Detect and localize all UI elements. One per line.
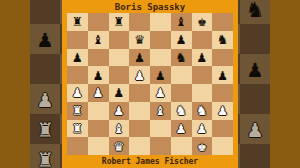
square-h3: ♟	[240, 114, 270, 144]
square-c7[interactable]	[109, 31, 130, 49]
square-d8[interactable]	[129, 13, 150, 31]
piece-white-pawn: ♟	[73, 85, 82, 100]
square-g7[interactable]	[192, 31, 213, 49]
square-e6[interactable]	[150, 49, 171, 67]
piece-black-pawn: ♟	[156, 68, 165, 83]
square-f4[interactable]	[171, 84, 192, 102]
piece-black-knight: ♞	[177, 50, 186, 65]
square-g8[interactable]: ♚	[192, 13, 213, 31]
piece-black-rook: ♜	[73, 14, 82, 29]
square-h5[interactable]: ♟	[212, 66, 233, 84]
square-h6	[240, 24, 270, 54]
square-g5[interactable]	[192, 66, 213, 84]
square-f2[interactable]: ♟	[171, 120, 192, 138]
square-a4[interactable]: ♟	[67, 84, 88, 102]
piece-black-pawn: ♟	[197, 50, 206, 65]
piece-white-queen: ♛	[114, 139, 123, 154]
square-e2[interactable]	[150, 120, 171, 138]
square-a5[interactable]	[67, 66, 88, 84]
square-c8[interactable]: ♜	[109, 13, 130, 31]
piece-white-pawn: ♟	[197, 121, 206, 136]
square-h4[interactable]	[212, 84, 233, 102]
piece-black-bishop: ♝	[177, 14, 186, 29]
square-h7: ♞	[240, 0, 270, 24]
square-g6[interactable]: ♟	[192, 49, 213, 67]
piece-white-bishop: ♝	[156, 103, 165, 118]
piece-black-pawn: ♟	[114, 85, 123, 100]
piece-white-pawn: ♟	[177, 121, 186, 136]
square-d5[interactable]: ♟	[129, 66, 150, 84]
piece-black-pawn: ♟	[218, 68, 227, 83]
piece-white-king: ♚	[197, 139, 206, 154]
square-h4	[240, 84, 270, 114]
square-h2	[240, 144, 270, 168]
player-name-black: Boris Spassky	[62, 0, 238, 13]
square-d1[interactable]	[129, 137, 150, 155]
square-a5	[30, 54, 60, 84]
square-f1[interactable]	[171, 137, 192, 155]
square-b8[interactable]	[88, 13, 109, 31]
square-c4[interactable]: ♟	[109, 84, 130, 102]
square-f5[interactable]	[171, 66, 192, 84]
square-h8[interactable]	[212, 13, 233, 31]
piece-white-knight: ♞	[197, 103, 206, 118]
piece-white-pawn: ♟	[156, 85, 165, 100]
square-a7[interactable]	[67, 31, 88, 49]
square-b1[interactable]	[88, 137, 109, 155]
piece-black-pawn: ♟	[94, 68, 103, 83]
square-b3[interactable]	[88, 102, 109, 120]
square-a6[interactable]: ♟	[67, 49, 88, 67]
square-c5[interactable]	[109, 66, 130, 84]
piece-white-bishop: ♝	[114, 121, 123, 136]
square-e8[interactable]	[150, 13, 171, 31]
square-g2[interactable]: ♟	[192, 120, 213, 138]
square-g3[interactable]: ♞	[192, 102, 213, 120]
piece-black-king: ♚	[197, 14, 206, 29]
square-d7[interactable]: ♛	[129, 31, 150, 49]
piece-white-pawn: ♟	[94, 85, 103, 100]
square-a2: ♜	[30, 144, 60, 168]
square-e3[interactable]: ♝	[150, 102, 171, 120]
square-f7[interactable]: ♟	[171, 31, 192, 49]
square-b6[interactable]	[88, 49, 109, 67]
square-c6[interactable]	[109, 49, 130, 67]
square-h5: ♟	[240, 54, 270, 84]
square-d3[interactable]	[129, 102, 150, 120]
piece-black-pawn: ♟	[177, 32, 186, 47]
square-e4[interactable]: ♟	[150, 84, 171, 102]
piece-white-pawn: ♟	[114, 103, 123, 118]
square-h2[interactable]	[212, 120, 233, 138]
piece-white-rook: ♜	[38, 115, 52, 143]
square-a3: ♜	[30, 114, 60, 144]
square-e7[interactable]	[150, 31, 171, 49]
square-f6[interactable]: ♞	[171, 49, 192, 67]
square-h3[interactable]: ♟	[212, 102, 233, 120]
piece-white-pawn: ♟	[248, 115, 262, 143]
piece-white-rook: ♜	[38, 145, 52, 168]
square-a6: ♟	[30, 24, 60, 54]
piece-black-pawn: ♟	[248, 55, 262, 83]
square-f8[interactable]: ♝	[171, 13, 192, 31]
screenshot-root: ♜♜♝♚♝♛♟♞♟♟♞♟♟♟♟♟♟♟♟♟♜♟♝♞♞♟♜♝♟♟♛♚ Boris S…	[0, 0, 300, 168]
piece-black-queen: ♛	[135, 32, 144, 47]
square-a3[interactable]: ♜	[67, 102, 88, 120]
square-e5[interactable]: ♟	[150, 66, 171, 84]
square-d6[interactable]: ♟	[129, 49, 150, 67]
chess-board[interactable]: ♜♜♝♚♝♛♟♞♟♟♞♟♟♟♟♟♟♟♟♟♜♟♝♞♞♟♜♝♟♟♛♚	[67, 13, 233, 155]
piece-white-pawn: ♟	[135, 68, 144, 83]
square-b4[interactable]: ♟	[88, 84, 109, 102]
square-a8[interactable]: ♜	[67, 13, 88, 31]
game-panel: Boris Spassky ♜♜♝♚♝♛♟♞♟♟♞♟♟♟♟♟♟♟♟♟♜♟♝♞♞♟…	[62, 0, 238, 168]
square-h6[interactable]	[212, 49, 233, 67]
square-h7[interactable]: ♞	[212, 31, 233, 49]
piece-black-rook: ♜	[114, 14, 123, 29]
square-c2[interactable]: ♝	[109, 120, 130, 138]
square-a2[interactable]: ♜	[67, 120, 88, 138]
piece-white-pawn: ♟	[218, 103, 227, 118]
piece-black-pawn: ♟	[38, 25, 52, 53]
square-g1[interactable]: ♚	[192, 137, 213, 155]
square-e1[interactable]	[150, 137, 171, 155]
square-f3[interactable]: ♞	[171, 102, 192, 120]
piece-black-pawn: ♟	[135, 50, 144, 65]
piece-black-knight: ♞	[248, 0, 262, 23]
square-c1[interactable]: ♛	[109, 137, 130, 155]
square-a7	[30, 0, 60, 24]
square-b5[interactable]: ♟	[88, 66, 109, 84]
square-h1[interactable]	[212, 137, 233, 155]
square-a4: ♟	[30, 84, 60, 114]
square-g4[interactable]	[192, 84, 213, 102]
player-name-white: Robert James Fischer	[62, 155, 238, 168]
piece-white-pawn: ♟	[38, 85, 52, 113]
piece-white-rook: ♜	[73, 121, 82, 136]
square-c3[interactable]: ♟	[109, 102, 130, 120]
piece-white-knight: ♞	[177, 103, 186, 118]
piece-black-pawn: ♟	[73, 50, 82, 65]
square-b7[interactable]: ♝	[88, 31, 109, 49]
piece-white-rook: ♜	[73, 103, 82, 118]
piece-black-knight: ♞	[218, 32, 227, 47]
piece-black-bishop: ♝	[94, 32, 103, 47]
square-b2[interactable]	[88, 120, 109, 138]
square-d2[interactable]	[129, 120, 150, 138]
square-d4[interactable]	[129, 84, 150, 102]
square-a1[interactable]	[67, 137, 88, 155]
